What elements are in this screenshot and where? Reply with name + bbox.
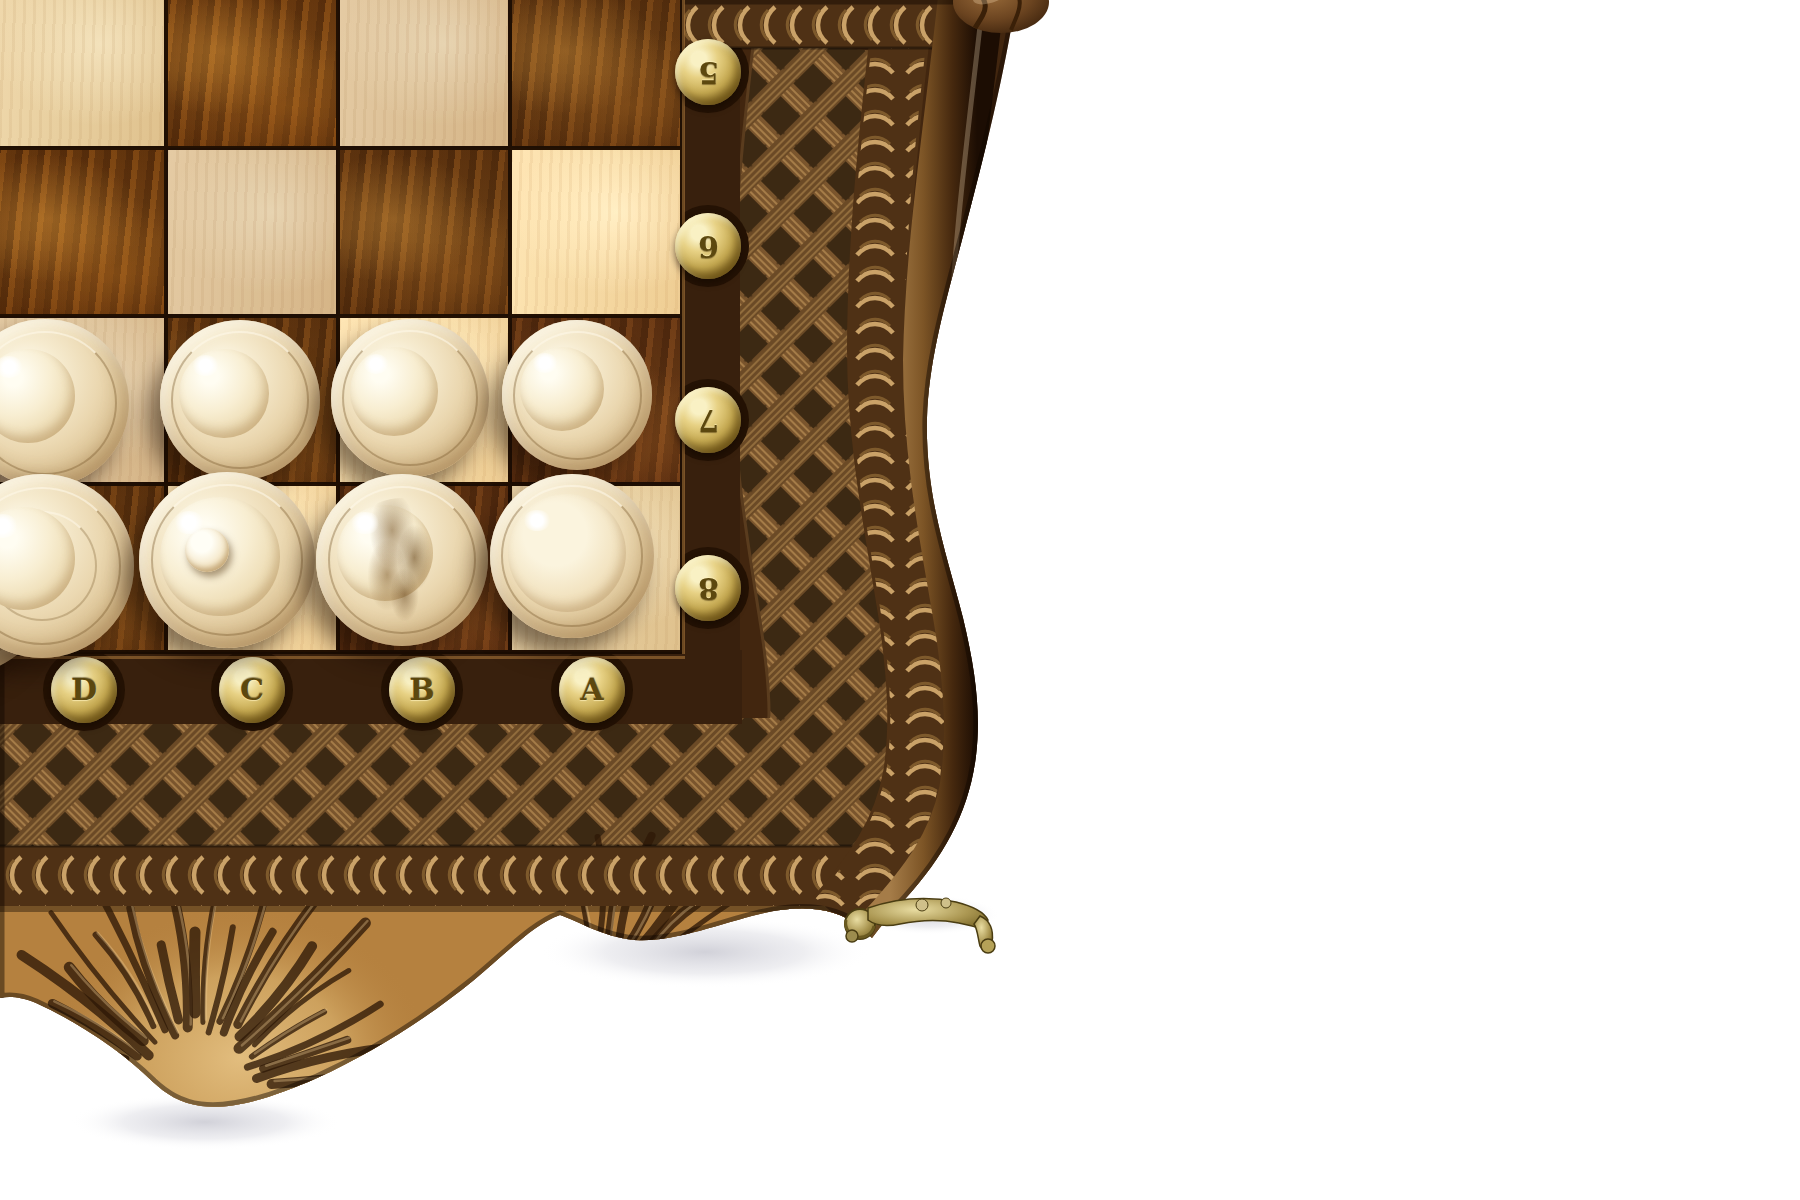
file-medallion-C: C — [219, 657, 285, 723]
coordinate-label: 7 — [698, 405, 719, 435]
square-d6 — [0, 148, 166, 316]
bishop-c8 — [139, 472, 315, 648]
coordinate-label: C — [240, 675, 264, 705]
bishop-tip — [185, 528, 229, 572]
rank-medallion-7: 7 — [675, 387, 741, 453]
specular-highlight — [532, 353, 558, 373]
specular-highlight — [523, 510, 551, 531]
specular-highlight — [192, 355, 219, 376]
square-a6 — [510, 148, 682, 316]
square-c6 — [166, 148, 338, 316]
frame-inner-highlight-right — [682, 0, 685, 654]
pawn-c7 — [160, 320, 320, 480]
photo-stage: 5678DCBA — [0, 0, 1800, 1200]
specular-highlight — [350, 512, 379, 534]
square-b6 — [338, 148, 510, 316]
rank-medallion-8: 8 — [675, 555, 741, 621]
square-d5 — [0, 0, 166, 148]
square-b5 — [338, 0, 510, 148]
piece-dome — [508, 494, 626, 612]
pawn-a7 — [502, 320, 652, 470]
coordinate-label: 5 — [698, 57, 719, 87]
knight-b8 — [316, 474, 488, 646]
rook-a8 — [490, 474, 654, 638]
file-medallion-A: A — [559, 657, 625, 723]
square-a5 — [510, 0, 682, 148]
coordinate-label: 6 — [698, 231, 719, 261]
file-medallion-D: D — [51, 657, 117, 723]
pawn-b7 — [331, 319, 489, 477]
rank-medallion-6: 6 — [675, 213, 741, 279]
coordinate-label: A — [580, 675, 603, 705]
square-c5 — [166, 0, 338, 148]
specular-highlight — [174, 511, 204, 534]
coordinate-label: B — [409, 675, 434, 705]
rank-medallion-5: 5 — [675, 39, 741, 105]
coordinate-label: D — [71, 675, 97, 705]
coordinate-label: 8 — [698, 573, 719, 603]
file-medallion-B: B — [389, 657, 455, 723]
